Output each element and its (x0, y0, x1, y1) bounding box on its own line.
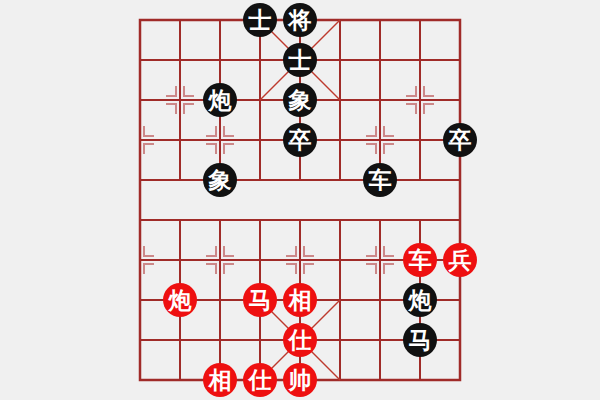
piece-red-advisor[interactable]: 仕 (283, 323, 317, 357)
pieces-layer: 士将士炮象卒卒象车车兵炮马相炮仕马相仕帅 (120, 0, 480, 400)
piece-black-general[interactable]: 将 (283, 3, 317, 37)
piece-black-chariot[interactable]: 车 (363, 163, 397, 197)
piece-red-cannon[interactable]: 炮 (163, 283, 197, 317)
piece-black-elephant[interactable]: 象 (283, 83, 317, 117)
piece-red-pawn[interactable]: 兵 (443, 243, 477, 277)
piece-red-elephant[interactable]: 相 (283, 283, 317, 317)
piece-black-elephant[interactable]: 象 (203, 163, 237, 197)
piece-red-advisor[interactable]: 仕 (243, 363, 277, 397)
piece-black-cannon[interactable]: 炮 (403, 283, 437, 317)
piece-black-horse[interactable]: 马 (403, 323, 437, 357)
piece-black-cannon[interactable]: 炮 (203, 83, 237, 117)
piece-black-pawn[interactable]: 卒 (443, 123, 477, 157)
piece-black-advisor[interactable]: 士 (243, 3, 277, 37)
piece-black-pawn[interactable]: 卒 (283, 123, 317, 157)
piece-black-advisor[interactable]: 士 (283, 43, 317, 77)
xiangqi-app: 士将士炮象卒卒象车车兵炮马相炮仕马相仕帅 (0, 0, 600, 400)
piece-red-horse[interactable]: 马 (243, 283, 277, 317)
piece-red-general[interactable]: 帅 (283, 363, 317, 397)
piece-red-chariot[interactable]: 车 (403, 243, 437, 277)
piece-red-elephant[interactable]: 相 (203, 363, 237, 397)
